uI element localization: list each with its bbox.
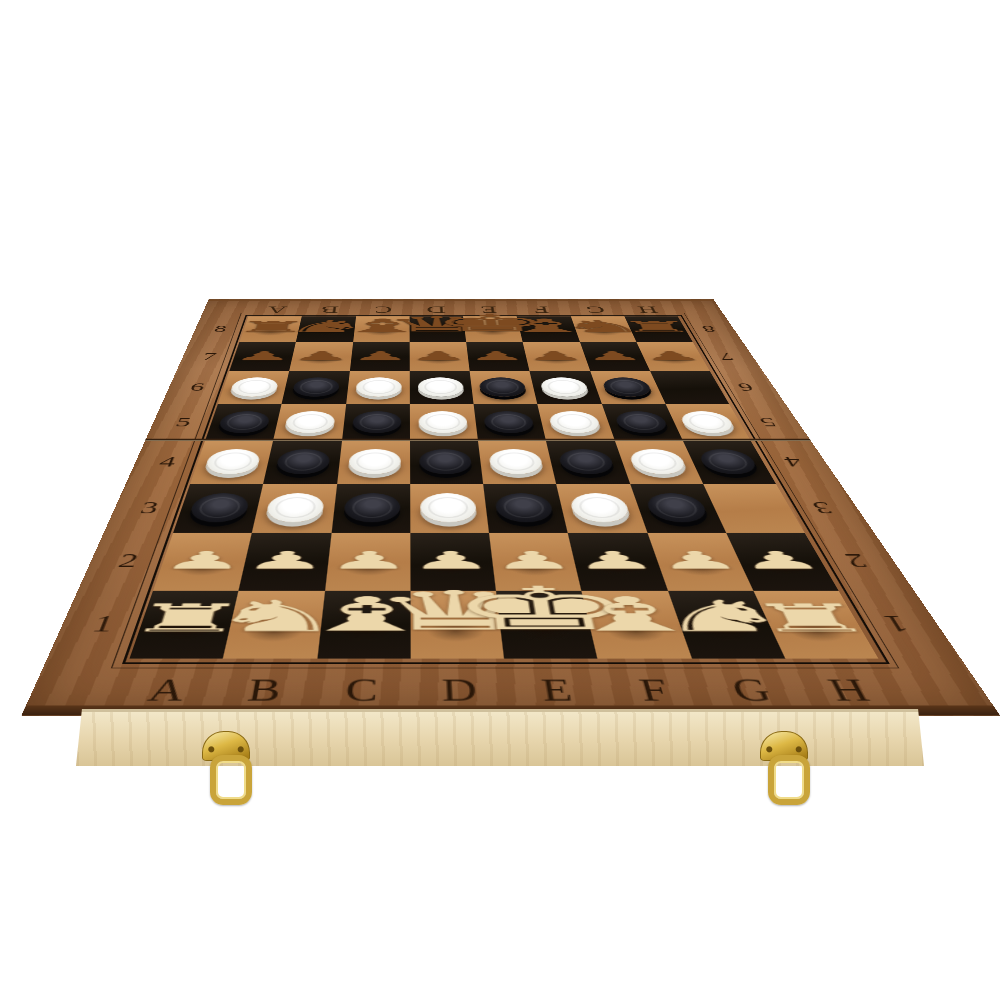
square-c4[interactable] — [337, 441, 410, 484]
box-front — [76, 709, 924, 809]
board-squares — [129, 316, 878, 659]
square-e4[interactable] — [478, 441, 556, 484]
square-e3[interactable] — [483, 484, 568, 533]
dark-pawn-glyph: ♟ — [409, 351, 469, 362]
clasp-loop — [768, 755, 810, 805]
folding-chessboard: ABCDEFGH ABCDEFGH 87654321 87654321 ♜♞♝♛… — [22, 299, 1000, 715]
dark-pawn-glyph: ♟ — [640, 351, 705, 362]
checker-black-c5[interactable] — [351, 411, 401, 433]
square-d3[interactable] — [410, 484, 489, 533]
square-b3[interactable] — [252, 484, 337, 533]
dark-queen-glyph: ♛ — [383, 315, 491, 334]
square-c1[interactable] — [317, 590, 411, 658]
checker-white-d6[interactable] — [418, 377, 465, 396]
square-d4[interactable] — [410, 441, 483, 484]
square-c2[interactable] — [325, 533, 411, 591]
file-label-top-a: A — [249, 304, 305, 316]
square-b1[interactable] — [223, 590, 324, 658]
square-d2[interactable] — [410, 533, 496, 591]
square-e1[interactable] — [496, 590, 598, 658]
dark-pawn-glyph: ♟ — [582, 351, 646, 362]
dark-pawn-glyph: ♟ — [525, 351, 587, 362]
file-label-top-g: G — [566, 304, 624, 316]
square-d1[interactable] — [410, 590, 504, 658]
square-a4[interactable] — [190, 441, 273, 484]
clasp-loop — [210, 755, 252, 805]
perspective-scene: ABCDEFGH ABCDEFGH 87654321 87654321 ♜♞♝♛… — [0, 0, 1000, 1000]
file-label-top-h: H — [618, 304, 677, 316]
square-b2[interactable] — [239, 533, 331, 591]
square-a3[interactable] — [173, 484, 263, 533]
brass-clasp-right[interactable] — [760, 731, 806, 795]
file-label-top-b: B — [302, 304, 357, 316]
checker-white-c6[interactable] — [355, 377, 401, 396]
square-b4[interactable] — [263, 441, 341, 484]
product-photo: ABCDEFGH ABCDEFGH 87654321 87654321 ♜♞♝♛… — [0, 0, 1000, 1000]
dark-pawn-glyph: ♟ — [232, 351, 294, 362]
hinge-seam — [145, 439, 812, 441]
square-e2[interactable] — [489, 533, 582, 591]
square-c3[interactable] — [331, 484, 410, 533]
dark-pawn-glyph: ♟ — [467, 351, 528, 362]
dark-pawn-glyph: ♟ — [350, 351, 410, 362]
dark-pawn-glyph: ♟ — [291, 351, 352, 362]
dark-knight-glyph: ♞ — [283, 319, 370, 334]
board-far-edge — [208, 299, 715, 301]
dark-knight-glyph: ♞ — [557, 319, 647, 334]
brass-clasp-left[interactable] — [202, 731, 248, 795]
checker-white-d5[interactable] — [418, 411, 468, 433]
